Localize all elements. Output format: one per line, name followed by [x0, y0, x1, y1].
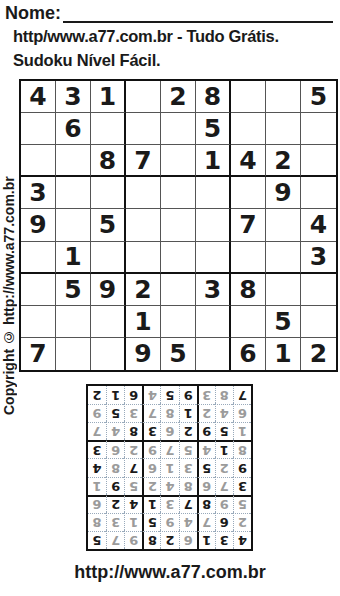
solution-cell-r4c9: 1: [88, 477, 106, 495]
puzzle-cell-r3c1[interactable]: [21, 145, 56, 177]
solution-cell-r1c6: 8: [142, 531, 160, 549]
solution-cell-r4c4: 8: [179, 477, 197, 495]
puzzle-cell-r5c2[interactable]: [56, 209, 91, 241]
solution-cell-r7c3: 9: [197, 422, 215, 440]
puzzle-cell-r1c1: 4: [21, 81, 56, 113]
solution-cell-r4c5: 4: [160, 477, 178, 495]
puzzle-cell-r9c5: 5: [161, 338, 196, 370]
solution-cell-r3c4: 7: [179, 495, 197, 513]
solution-cell-r8c8: 5: [106, 404, 124, 422]
solution-cell-r4c7: 5: [124, 477, 142, 495]
solution-cell-r8c7: 3: [124, 404, 142, 422]
puzzle-cell-r9c6[interactable]: [196, 338, 231, 370]
solution-cell-r3c3: 8: [197, 495, 215, 513]
solution-cell-r5c9: 4: [88, 458, 106, 476]
solution-cell-r3c9: 6: [88, 495, 106, 513]
puzzle-cell-r2c4[interactable]: [126, 113, 161, 145]
solution-cell-r7c9: 7: [88, 422, 106, 440]
solution-cell-r7c4: 2: [179, 422, 197, 440]
puzzle-cell-r5c7: 7: [231, 209, 266, 241]
puzzle-cell-r8c9[interactable]: [301, 306, 336, 338]
solution-cell-r9c1: 7: [233, 386, 251, 404]
puzzle-cell-r4c1: 3: [21, 177, 56, 209]
solution-cell-r8c4: 1: [179, 404, 197, 422]
solution-cell-r9c7: 6: [124, 386, 142, 404]
solution-cell-r5c8: 8: [106, 458, 124, 476]
solution-cell-r6c1: 8: [233, 440, 251, 458]
solution-cell-r5c6: 6: [142, 458, 160, 476]
puzzle-cell-r7c4: 2: [126, 274, 161, 306]
solution-cell-r7c7: 8: [124, 422, 142, 440]
puzzle-cell-r4c9[interactable]: [301, 177, 336, 209]
puzzle-cell-r9c3[interactable]: [91, 338, 126, 370]
puzzle-cell-r6c4[interactable]: [126, 242, 161, 274]
puzzle-cell-r2c7[interactable]: [231, 113, 266, 145]
solution-cell-r9c9: 2: [88, 386, 106, 404]
puzzle-cell-r6c9: 3: [301, 242, 336, 274]
puzzle-cell-r7c3: 9: [91, 274, 126, 306]
puzzle-cell-r8c2[interactable]: [56, 306, 91, 338]
puzzle-cell-r8c6[interactable]: [196, 306, 231, 338]
solution-cell-r3c8: 2: [106, 495, 124, 513]
puzzle-cell-r3c5[interactable]: [161, 145, 196, 177]
solution-cell-r5c3: 5: [197, 458, 215, 476]
solution-cell-r1c3: 1: [197, 531, 215, 549]
solution-cell-r3c5: 3: [160, 495, 178, 513]
puzzle-cell-r3c4: 7: [126, 145, 161, 177]
solution-cell-r2c5: 9: [160, 513, 178, 531]
solution-cell-r4c6: 2: [142, 477, 160, 495]
puzzle-cell-r9c8: 1: [266, 338, 301, 370]
puzzle-cell-r2c2: 6: [56, 113, 91, 145]
puzzle-cell-r2c8[interactable]: [266, 113, 301, 145]
solution-cell-r5c4: 3: [179, 458, 197, 476]
puzzle-cell-r6c7[interactable]: [231, 242, 266, 274]
puzzle-cell-r5c8[interactable]: [266, 209, 301, 241]
puzzle-cell-r8c3[interactable]: [91, 306, 126, 338]
puzzle-cell-r8c4: 1: [126, 306, 161, 338]
solution-cell-r7c6: 3: [142, 422, 160, 440]
solution-cell-r3c2: 9: [215, 495, 233, 513]
solution-cell-r4c3: 6: [197, 477, 215, 495]
puzzle-cell-r1c4[interactable]: [126, 81, 161, 113]
solution-cell-r9c4: 9: [179, 386, 197, 404]
solution-cell-r9c5: 5: [160, 386, 178, 404]
copyright-vertical-text: Copyright © http://www.a77.com.br: [0, 158, 19, 434]
solution-cell-r5c2: 2: [215, 458, 233, 476]
sudoku-worksheet-page: Nome: http/www.a77.com.br - Tudo Grátis.…: [0, 0, 340, 596]
site-tagline: http/www.a77.com.br - Tudo Grátis.: [13, 27, 279, 46]
solution-cell-r2c4: 4: [179, 513, 197, 531]
name-row: Nome:: [5, 2, 333, 23]
solution-cell-r6c5: 7: [160, 440, 178, 458]
puzzle-cell-r8c7[interactable]: [231, 306, 266, 338]
puzzle-cell-r4c2[interactable]: [56, 177, 91, 209]
solution-cell-r6c7: 2: [124, 440, 142, 458]
solution-cell-r9c2: 8: [215, 386, 233, 404]
solution-cell-r1c4: 6: [179, 531, 197, 549]
puzzle-cell-r3c3: 8: [91, 145, 126, 177]
puzzle-cell-r7c9[interactable]: [301, 274, 336, 306]
solution-cell-r9c8: 1: [106, 386, 124, 404]
solution-cell-r7c5: 6: [160, 422, 178, 440]
puzzle-cell-r7c1[interactable]: [21, 274, 56, 306]
puzzle-cell-r8c8: 5: [266, 306, 301, 338]
puzzle-cell-r1c5: 2: [161, 81, 196, 113]
name-label: Nome:: [5, 3, 61, 23]
puzzle-cell-r6c3[interactable]: [91, 242, 126, 274]
solution-cell-r6c8: 6: [106, 440, 124, 458]
puzzle-cell-r1c3: 1: [91, 81, 126, 113]
puzzle-cell-r3c9[interactable]: [301, 145, 336, 177]
puzzle-cell-r9c7: 6: [231, 338, 266, 370]
solution-cell-r8c6: 7: [142, 404, 160, 422]
puzzle-cell-r5c6[interactable]: [196, 209, 231, 241]
solution-cell-r4c2: 7: [215, 477, 233, 495]
solution-cell-r2c8: 3: [106, 513, 124, 531]
puzzle-cell-r7c6: 3: [196, 274, 231, 306]
footer-url: http://www.a77.com.br: [0, 562, 340, 583]
puzzle-cell-r8c5[interactable]: [161, 306, 196, 338]
puzzle-cell-r5c9: 4: [301, 209, 336, 241]
puzzle-cell-r2c5[interactable]: [161, 113, 196, 145]
solution-cell-r6c2: 1: [215, 440, 233, 458]
solution-cell-r2c2: 6: [215, 513, 233, 531]
puzzle-cell-r9c9: 2: [301, 338, 336, 370]
puzzle-title: Sudoku Nível Fácil.: [13, 51, 161, 70]
solution-cell-r6c6: 9: [142, 440, 160, 458]
solution-cell-r3c6: 1: [142, 495, 160, 513]
solution-cell-r6c9: 3: [88, 440, 106, 458]
puzzle-cell-r4c3[interactable]: [91, 177, 126, 209]
puzzle-cell-r6c1[interactable]: [21, 242, 56, 274]
solution-cell-r7c1: 1: [233, 422, 251, 440]
solution-cell-r2c9: 8: [88, 513, 106, 531]
puzzle-cell-r6c8[interactable]: [266, 242, 301, 274]
solution-cell-r5c7: 7: [124, 458, 142, 476]
solution-cell-r8c5: 8: [160, 404, 178, 422]
puzzle-cell-r4c4[interactable]: [126, 177, 161, 209]
solution-cell-r7c2: 5: [215, 422, 233, 440]
puzzle-cell-r2c1[interactable]: [21, 113, 56, 145]
solution-cell-r5c5: 1: [160, 458, 178, 476]
solution-cell-r3c7: 4: [124, 495, 142, 513]
puzzle-cell-r7c7: 8: [231, 274, 266, 306]
puzzle-cell-r3c2[interactable]: [56, 145, 91, 177]
solution-cell-r8c9: 9: [88, 404, 106, 422]
puzzle-cell-r4c5[interactable]: [161, 177, 196, 209]
solution-cell-r3c1: 5: [233, 495, 251, 513]
puzzle-cell-r2c9[interactable]: [301, 113, 336, 145]
solution-cell-r1c9: 5: [88, 531, 106, 549]
puzzle-cell-r6c6[interactable]: [196, 242, 231, 274]
puzzle-cell-r5c3: 5: [91, 209, 126, 241]
solution-cell-r1c8: 7: [106, 531, 124, 549]
puzzle-cell-r1c9: 5: [301, 81, 336, 113]
puzzle-cell-r8c1[interactable]: [21, 306, 56, 338]
solution-cell-r9c6: 4: [142, 386, 160, 404]
solution-cell-r2c7: 1: [124, 513, 142, 531]
puzzle-cell-r6c5[interactable]: [161, 242, 196, 274]
puzzle-cell-r7c5[interactable]: [161, 274, 196, 306]
solution-cell-r2c6: 5: [142, 513, 160, 531]
puzzle-cell-r3c7: 4: [231, 145, 266, 177]
solution-cell-r5c1: 9: [233, 458, 251, 476]
solution-cell-r7c8: 4: [106, 422, 124, 440]
solution-cell-r1c7: 9: [124, 531, 142, 549]
puzzle-cell-r3c8: 2: [266, 145, 301, 177]
puzzle-cell-r5c1: 9: [21, 209, 56, 241]
sudoku-solution-grid-rotated: 4316289752674951385987314263768425919253…: [86, 384, 253, 551]
solution-cell-r6c4: 5: [179, 440, 197, 458]
solution-cell-r2c3: 7: [197, 513, 215, 531]
puzzle-cell-r4c6[interactable]: [196, 177, 231, 209]
solution-cell-r1c2: 3: [215, 531, 233, 549]
puzzle-cell-r9c1: 7: [21, 338, 56, 370]
solution-cell-r8c1: 6: [233, 404, 251, 422]
solution-cell-r4c8: 9: [106, 477, 124, 495]
puzzle-cell-r2c6: 5: [196, 113, 231, 145]
solution-cell-r8c3: 2: [197, 404, 215, 422]
puzzle-cell-r7c2: 5: [56, 274, 91, 306]
puzzle-cell-r2c3[interactable]: [91, 113, 126, 145]
puzzle-cell-r5c5[interactable]: [161, 209, 196, 241]
puzzle-cell-r7c8[interactable]: [266, 274, 301, 306]
puzzle-cell-r9c4: 9: [126, 338, 161, 370]
puzzle-cell-r4c7[interactable]: [231, 177, 266, 209]
puzzle-cell-r1c2: 3: [56, 81, 91, 113]
sudoku-puzzle-grid: 4312856587142399574135923815795612: [19, 79, 338, 372]
puzzle-cell-r9c2[interactable]: [56, 338, 91, 370]
puzzle-cell-r5c4[interactable]: [126, 209, 161, 241]
solution-cell-r4c1: 3: [233, 477, 251, 495]
solution-cell-r1c1: 4: [233, 531, 251, 549]
solution-cell-r6c3: 4: [197, 440, 215, 458]
solution-cell-r1c5: 2: [160, 531, 178, 549]
solution-cell-r2c1: 2: [233, 513, 251, 531]
puzzle-cell-r1c6: 8: [196, 81, 231, 113]
puzzle-cell-r6c2: 1: [56, 242, 91, 274]
puzzle-cell-r4c8: 9: [266, 177, 301, 209]
name-blank-line[interactable]: [63, 2, 333, 23]
solution-cell-r8c2: 4: [215, 404, 233, 422]
solution-cell-r9c3: 3: [197, 386, 215, 404]
puzzle-cell-r3c6: 1: [196, 145, 231, 177]
puzzle-cell-r1c7[interactable]: [231, 81, 266, 113]
puzzle-cell-r1c8[interactable]: [266, 81, 301, 113]
